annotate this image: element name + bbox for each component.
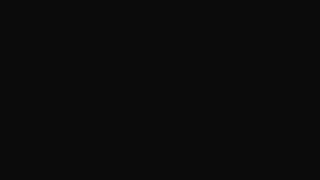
- video-frame: [0, 0, 320, 180]
- letterbox-left: [0, 0, 40, 180]
- chess-board: [40, 0, 280, 180]
- letterbox-right: [280, 0, 320, 180]
